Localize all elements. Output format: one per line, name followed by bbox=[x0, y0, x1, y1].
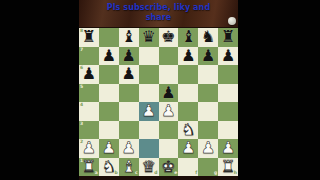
rank-label-7: 7 bbox=[80, 48, 83, 53]
square-c8[interactable]: ♝ bbox=[119, 28, 139, 47]
square-c1[interactable]: c♝ bbox=[119, 158, 139, 177]
banner-text-line1: Pls subscribe, liky and bbox=[79, 0, 238, 13]
file-label-h: h bbox=[234, 171, 237, 176]
black-pawn-c7[interactable]: ♟ bbox=[122, 48, 136, 64]
square-d6[interactable] bbox=[139, 65, 159, 84]
square-c3[interactable] bbox=[119, 121, 139, 140]
rank-label-8: 8 bbox=[80, 29, 83, 34]
square-b1[interactable]: b♞ bbox=[99, 158, 119, 177]
square-h3[interactable] bbox=[218, 121, 238, 140]
square-a3[interactable]: 3 bbox=[79, 121, 99, 140]
white-pawn-a2[interactable]: ♟ bbox=[82, 140, 96, 156]
black-pawn-g7[interactable]: ♟ bbox=[201, 48, 215, 64]
square-d8[interactable]: ♛ bbox=[139, 28, 159, 47]
square-a4[interactable]: 4 bbox=[79, 102, 99, 121]
black-pawn-a6[interactable]: ♟ bbox=[82, 66, 96, 82]
square-h6[interactable] bbox=[218, 65, 238, 84]
square-d3[interactable] bbox=[139, 121, 159, 140]
square-b6[interactable] bbox=[99, 65, 119, 84]
square-a6[interactable]: 6♟ bbox=[79, 65, 99, 84]
file-label-e: e bbox=[174, 171, 177, 176]
black-pawn-b7[interactable]: ♟ bbox=[102, 48, 116, 64]
square-b5[interactable] bbox=[99, 84, 119, 103]
square-g6[interactable] bbox=[198, 65, 218, 84]
black-rook-h8[interactable]: ♜ bbox=[221, 29, 235, 45]
square-h1[interactable]: h♜ bbox=[218, 158, 238, 177]
square-h4[interactable] bbox=[218, 102, 238, 121]
rank-label-1: 1 bbox=[80, 159, 83, 164]
sound-dot-icon bbox=[228, 17, 236, 25]
square-g5[interactable] bbox=[198, 84, 218, 103]
square-d2[interactable] bbox=[139, 139, 159, 158]
square-h8[interactable]: ♜ bbox=[218, 28, 238, 47]
square-f7[interactable]: ♟ bbox=[178, 47, 198, 66]
square-e7[interactable] bbox=[159, 47, 179, 66]
square-c4[interactable] bbox=[119, 102, 139, 121]
white-pawn-b2[interactable]: ♟ bbox=[102, 140, 116, 156]
square-g7[interactable]: ♟ bbox=[198, 47, 218, 66]
file-label-g: g bbox=[214, 171, 217, 176]
square-g2[interactable]: ♟ bbox=[198, 139, 218, 158]
file-label-d: d bbox=[154, 171, 157, 176]
square-h5[interactable] bbox=[218, 84, 238, 103]
square-h7[interactable]: ♟ bbox=[218, 47, 238, 66]
square-a8[interactable]: 8♜ bbox=[79, 28, 99, 47]
video-column: Pls subscribe, liky and share 8♜♝♛♚♝♞♜7♟… bbox=[79, 0, 238, 180]
square-f5[interactable] bbox=[178, 84, 198, 103]
square-b2[interactable]: ♟ bbox=[99, 139, 119, 158]
file-label-b: b bbox=[115, 171, 118, 176]
square-a2[interactable]: 2♟ bbox=[79, 139, 99, 158]
square-g3[interactable] bbox=[198, 121, 218, 140]
square-a5[interactable]: 5 bbox=[79, 84, 99, 103]
square-d7[interactable] bbox=[139, 47, 159, 66]
black-knight-g8[interactable]: ♞ bbox=[201, 29, 215, 45]
black-king-e8[interactable]: ♚ bbox=[161, 29, 175, 45]
letterbox-left bbox=[0, 0, 79, 180]
square-g1[interactable]: g bbox=[198, 158, 218, 177]
white-pawn-f2[interactable]: ♟ bbox=[181, 140, 195, 156]
square-e8[interactable]: ♚ bbox=[159, 28, 179, 47]
square-d5[interactable] bbox=[139, 84, 159, 103]
rank-label-6: 6 bbox=[80, 66, 83, 71]
square-e1[interactable]: e♚ bbox=[159, 158, 179, 177]
square-a1[interactable]: 1a♜ bbox=[79, 158, 99, 177]
square-c2[interactable]: ♟ bbox=[119, 139, 139, 158]
rank-label-3: 3 bbox=[80, 122, 83, 127]
square-h2[interactable]: ♟ bbox=[218, 139, 238, 158]
square-d4[interactable]: ♟ bbox=[139, 102, 159, 121]
square-e6[interactable] bbox=[159, 65, 179, 84]
rank-label-2: 2 bbox=[80, 140, 83, 145]
square-b3[interactable] bbox=[99, 121, 119, 140]
white-knight-f3[interactable]: ♞ bbox=[181, 122, 195, 138]
square-f1[interactable]: f bbox=[178, 158, 198, 177]
square-g4[interactable] bbox=[198, 102, 218, 121]
video-frame: Pls subscribe, liky and share 8♜♝♛♚♝♞♜7♟… bbox=[0, 0, 320, 180]
square-a7[interactable]: 7 bbox=[79, 47, 99, 66]
file-label-f: f bbox=[195, 171, 197, 176]
white-pawn-e4[interactable]: ♟ bbox=[161, 103, 175, 119]
white-pawn-d4[interactable]: ♟ bbox=[141, 103, 155, 119]
square-f8[interactable]: ♝ bbox=[178, 28, 198, 47]
square-e3[interactable] bbox=[159, 121, 179, 140]
square-f4[interactable] bbox=[178, 102, 198, 121]
square-b8[interactable] bbox=[99, 28, 119, 47]
white-pawn-g2[interactable]: ♟ bbox=[201, 140, 215, 156]
square-f6[interactable] bbox=[178, 65, 198, 84]
black-pawn-h7[interactable]: ♟ bbox=[221, 48, 235, 64]
square-c5[interactable] bbox=[119, 84, 139, 103]
square-e5[interactable]: ♟ bbox=[159, 84, 179, 103]
square-c6[interactable]: ♟ bbox=[119, 65, 139, 84]
black-bishop-c8[interactable]: ♝ bbox=[122, 29, 136, 45]
letterbox-right bbox=[238, 0, 320, 180]
square-g8[interactable]: ♞ bbox=[198, 28, 218, 47]
banner-text-line2: share bbox=[79, 13, 238, 23]
square-f2[interactable]: ♟ bbox=[178, 139, 198, 158]
white-pawn-c2[interactable]: ♟ bbox=[122, 140, 136, 156]
square-c7[interactable]: ♟ bbox=[119, 47, 139, 66]
black-rook-a8[interactable]: ♜ bbox=[82, 29, 96, 45]
rank-label-5: 5 bbox=[80, 85, 83, 90]
file-label-c: c bbox=[135, 171, 138, 176]
square-e2[interactable] bbox=[159, 139, 179, 158]
black-pawn-e5[interactable]: ♟ bbox=[161, 85, 175, 101]
square-d1[interactable]: d♛ bbox=[139, 158, 159, 177]
white-bishop-c1[interactable]: ♝ bbox=[122, 159, 136, 175]
black-pawn-f7[interactable]: ♟ bbox=[181, 48, 195, 64]
black-pawn-c6[interactable]: ♟ bbox=[122, 66, 136, 82]
rank-label-4: 4 bbox=[80, 103, 83, 108]
black-bishop-f8[interactable]: ♝ bbox=[181, 29, 195, 45]
banner: Pls subscribe, liky and share bbox=[79, 0, 238, 28]
square-f3[interactable]: ♞ bbox=[178, 121, 198, 140]
file-label-a: a bbox=[95, 171, 98, 176]
black-queen-d8[interactable]: ♛ bbox=[141, 29, 155, 45]
bottom-strip bbox=[79, 176, 238, 180]
white-pawn-h2[interactable]: ♟ bbox=[221, 140, 235, 156]
square-e4[interactable]: ♟ bbox=[159, 102, 179, 121]
square-b4[interactable] bbox=[99, 102, 119, 121]
square-b7[interactable]: ♟ bbox=[99, 47, 119, 66]
chess-board: 8♜♝♛♚♝♞♜7♟♟♟♟♟6♟♟5♟4♟♟3♞2♟♟♟♟♟♟1a♜b♞c♝d♛… bbox=[79, 28, 238, 176]
